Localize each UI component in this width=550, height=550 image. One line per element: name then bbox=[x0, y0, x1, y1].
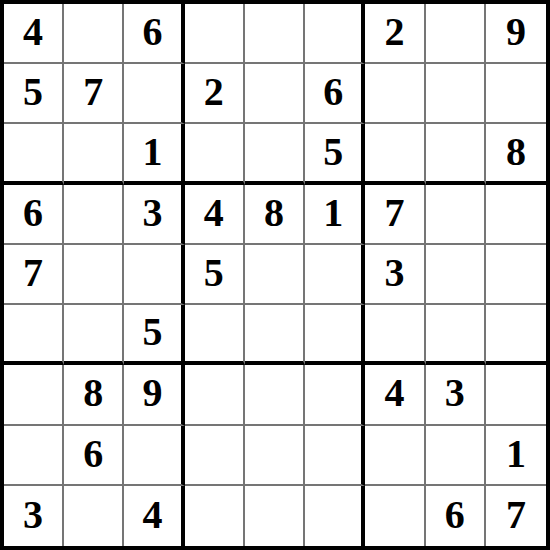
cell-r1c2[interactable] bbox=[64, 4, 124, 64]
cell-r9c3: 4 bbox=[124, 486, 184, 546]
given-digit: 6 bbox=[83, 434, 103, 476]
cell-r2c8[interactable] bbox=[426, 64, 486, 124]
given-digit: 1 bbox=[506, 434, 526, 476]
cell-r5c7: 3 bbox=[365, 245, 425, 305]
given-digit: 5 bbox=[204, 253, 224, 295]
cell-r3c4[interactable] bbox=[185, 124, 245, 184]
cell-r7c1[interactable] bbox=[4, 365, 64, 425]
cell-r8c4[interactable] bbox=[185, 426, 245, 486]
cell-r5c9[interactable] bbox=[486, 245, 546, 305]
cell-r6c6[interactable] bbox=[305, 305, 365, 365]
cell-r7c4[interactable] bbox=[185, 365, 245, 425]
cell-r9c8: 6 bbox=[426, 486, 486, 546]
cell-r4c4: 4 bbox=[185, 185, 245, 245]
given-digit: 7 bbox=[384, 193, 404, 235]
cell-r3c8[interactable] bbox=[426, 124, 486, 184]
cell-r3c5[interactable] bbox=[245, 124, 305, 184]
given-digit: 1 bbox=[143, 132, 163, 174]
cell-r1c6[interactable] bbox=[305, 4, 365, 64]
cell-r1c7: 2 bbox=[365, 4, 425, 64]
cell-r2c6: 6 bbox=[305, 64, 365, 124]
cell-r6c4[interactable] bbox=[185, 305, 245, 365]
cell-r3c7[interactable] bbox=[365, 124, 425, 184]
given-digit: 4 bbox=[143, 495, 163, 537]
cell-r6c9[interactable] bbox=[486, 305, 546, 365]
cell-r3c9: 8 bbox=[486, 124, 546, 184]
cell-r7c6[interactable] bbox=[305, 365, 365, 425]
given-digit: 7 bbox=[506, 495, 526, 537]
cell-r2c7[interactable] bbox=[365, 64, 425, 124]
cell-r3c1[interactable] bbox=[4, 124, 64, 184]
cell-r4c8[interactable] bbox=[426, 185, 486, 245]
cell-r4c5: 8 bbox=[245, 185, 305, 245]
cell-r1c1: 4 bbox=[4, 4, 64, 64]
cell-r1c3: 6 bbox=[124, 4, 184, 64]
cell-r8c2: 6 bbox=[64, 426, 124, 486]
cell-r4c1: 6 bbox=[4, 185, 64, 245]
cell-r8c1[interactable] bbox=[4, 426, 64, 486]
given-digit: 2 bbox=[384, 12, 404, 54]
given-digit: 4 bbox=[384, 373, 404, 415]
cell-r5c5[interactable] bbox=[245, 245, 305, 305]
cell-r2c1: 5 bbox=[4, 64, 64, 124]
cell-r2c2: 7 bbox=[64, 64, 124, 124]
given-digit: 3 bbox=[384, 253, 404, 295]
cell-r6c8[interactable] bbox=[426, 305, 486, 365]
given-digit: 7 bbox=[83, 72, 103, 114]
given-digit: 5 bbox=[23, 72, 43, 114]
cell-r8c3[interactable] bbox=[124, 426, 184, 486]
given-digit: 8 bbox=[506, 132, 526, 174]
cell-r5c2[interactable] bbox=[64, 245, 124, 305]
given-digit: 6 bbox=[143, 12, 163, 54]
given-digit: 4 bbox=[23, 12, 43, 54]
given-digit: 4 bbox=[204, 193, 224, 235]
given-digit: 6 bbox=[445, 495, 465, 537]
cell-r1c9: 9 bbox=[486, 4, 546, 64]
given-digit: 3 bbox=[23, 495, 43, 537]
cell-r5c4: 5 bbox=[185, 245, 245, 305]
cell-r8c8[interactable] bbox=[426, 426, 486, 486]
given-digit: 5 bbox=[143, 312, 163, 354]
cell-r7c2: 8 bbox=[64, 365, 124, 425]
cell-r9c5[interactable] bbox=[245, 486, 305, 546]
cell-r9c2[interactable] bbox=[64, 486, 124, 546]
cell-r6c3: 5 bbox=[124, 305, 184, 365]
cell-r6c7[interactable] bbox=[365, 305, 425, 365]
given-digit: 1 bbox=[323, 193, 343, 235]
given-digit: 9 bbox=[506, 12, 526, 54]
cell-r9c4[interactable] bbox=[185, 486, 245, 546]
given-digit: 8 bbox=[83, 373, 103, 415]
cell-r5c3[interactable] bbox=[124, 245, 184, 305]
cell-r6c2[interactable] bbox=[64, 305, 124, 365]
cell-r7c8: 3 bbox=[426, 365, 486, 425]
cell-r4c7: 7 bbox=[365, 185, 425, 245]
cell-r3c3: 1 bbox=[124, 124, 184, 184]
cell-r4c9[interactable] bbox=[486, 185, 546, 245]
cell-r2c9[interactable] bbox=[486, 64, 546, 124]
cell-r8c5[interactable] bbox=[245, 426, 305, 486]
cell-r8c6[interactable] bbox=[305, 426, 365, 486]
cell-r7c9[interactable] bbox=[486, 365, 546, 425]
sudoku-board: 4629572615863481775358943613467 bbox=[0, 0, 550, 550]
cell-r8c7[interactable] bbox=[365, 426, 425, 486]
given-digit: 2 bbox=[204, 72, 224, 114]
cell-r4c6: 1 bbox=[305, 185, 365, 245]
cell-r1c4[interactable] bbox=[185, 4, 245, 64]
cell-r6c1[interactable] bbox=[4, 305, 64, 365]
cell-r5c6[interactable] bbox=[305, 245, 365, 305]
given-digit: 6 bbox=[323, 72, 343, 114]
given-digit: 9 bbox=[143, 373, 163, 415]
cell-r4c3: 3 bbox=[124, 185, 184, 245]
cell-r8c9: 1 bbox=[486, 426, 546, 486]
cell-r2c5[interactable] bbox=[245, 64, 305, 124]
cell-r7c3: 9 bbox=[124, 365, 184, 425]
cell-r6c5[interactable] bbox=[245, 305, 305, 365]
cell-r9c7[interactable] bbox=[365, 486, 425, 546]
cell-r9c6[interactable] bbox=[305, 486, 365, 546]
cell-r7c7: 4 bbox=[365, 365, 425, 425]
cell-r3c2[interactable] bbox=[64, 124, 124, 184]
cell-r9c1: 3 bbox=[4, 486, 64, 546]
cell-r2c3[interactable] bbox=[124, 64, 184, 124]
cell-r3c6: 5 bbox=[305, 124, 365, 184]
given-digit: 5 bbox=[323, 132, 343, 174]
cell-r5c8[interactable] bbox=[426, 245, 486, 305]
cell-r9c9: 7 bbox=[486, 486, 546, 546]
given-digit: 6 bbox=[23, 193, 43, 235]
given-digit: 8 bbox=[264, 193, 284, 235]
given-digit: 3 bbox=[143, 193, 163, 235]
cell-r1c5[interactable] bbox=[245, 4, 305, 64]
given-digit: 3 bbox=[445, 373, 465, 415]
cell-r2c4: 2 bbox=[185, 64, 245, 124]
cell-r7c5[interactable] bbox=[245, 365, 305, 425]
cell-r4c2[interactable] bbox=[64, 185, 124, 245]
cell-r1c8[interactable] bbox=[426, 4, 486, 64]
given-digit: 7 bbox=[23, 253, 43, 295]
cell-r5c1: 7 bbox=[4, 245, 64, 305]
